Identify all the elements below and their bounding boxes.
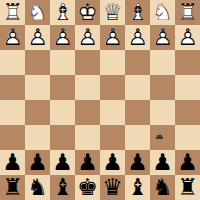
square-d5[interactable] [100, 100, 125, 125]
white-knight-fill: ♞ [25, 0, 50, 25]
white-pawn-fill: ♟ [25, 25, 50, 50]
square-a5[interactable] [175, 100, 200, 125]
square-b5[interactable] [150, 100, 175, 125]
square-b3[interactable] [150, 50, 175, 75]
white-rook-fill: ♜ [0, 0, 25, 25]
square-f5[interactable] [50, 100, 75, 125]
white-queen-fill: ♛ [100, 0, 125, 25]
square-h6[interactable] [0, 125, 25, 150]
white-pawn-fill: ♟ [150, 25, 175, 50]
square-f2[interactable]: ♟♙ [50, 25, 75, 50]
square-g2[interactable]: ♟♙ [25, 25, 50, 50]
square-c6[interactable] [125, 125, 150, 150]
white-pawn-fill: ♟ [75, 25, 100, 50]
square-b8[interactable]: ♞ [150, 175, 175, 200]
black-pawn: ♟ [125, 150, 150, 175]
chess-board-area: ♜♖♞♘♝♗♚♔♛♕♝♗♞♘♜♖♟♙♟♙♟♙♟♙♟♙♟♙♟♙♟♙♟♟♟♟♟♟♟♟… [0, 0, 200, 200]
square-a7[interactable]: ♟ [175, 150, 200, 175]
square-d3[interactable] [100, 50, 125, 75]
square-f8[interactable]: ♝ [50, 175, 75, 200]
white-pawn: ♙ [100, 25, 125, 50]
black-pawn: ♟ [100, 150, 125, 175]
square-f4[interactable] [50, 75, 75, 100]
square-c7[interactable]: ♟ [125, 150, 150, 175]
square-c5[interactable] [125, 100, 150, 125]
square-d1[interactable]: ♛♕ [100, 0, 125, 25]
square-g5[interactable] [25, 100, 50, 125]
white-pawn-fill: ♟ [0, 25, 25, 50]
black-bishop: ♝ [50, 175, 75, 200]
square-e4[interactable] [75, 75, 100, 100]
square-h4[interactable] [0, 75, 25, 100]
white-bishop: ♗ [125, 0, 150, 25]
square-b1[interactable]: ♞♘ [150, 0, 175, 25]
white-rook: ♖ [0, 0, 25, 25]
white-knight-fill: ♞ [150, 0, 175, 25]
square-b6[interactable] [150, 125, 175, 150]
square-d6[interactable] [100, 125, 125, 150]
square-b2[interactable]: ♟♙ [150, 25, 175, 50]
square-h1[interactable]: ♜♖ [0, 0, 25, 25]
square-a6[interactable] [175, 125, 200, 150]
square-h7[interactable]: ♟ [0, 150, 25, 175]
square-e2[interactable]: ♟♙ [75, 25, 100, 50]
white-pawn-fill: ♟ [125, 25, 150, 50]
square-b4[interactable] [150, 75, 175, 100]
square-g6[interactable] [25, 125, 50, 150]
white-pawn: ♙ [0, 25, 25, 50]
square-h5[interactable] [0, 100, 25, 125]
square-d8[interactable]: ♛ [100, 175, 125, 200]
square-e3[interactable] [75, 50, 100, 75]
white-rook-fill: ♜ [175, 0, 200, 25]
square-e5[interactable] [75, 100, 100, 125]
square-e6[interactable] [75, 125, 100, 150]
square-h2[interactable]: ♟♙ [0, 25, 25, 50]
chess-board: ♜♖♞♘♝♗♚♔♛♕♝♗♞♘♜♖♟♙♟♙♟♙♟♙♟♙♟♙♟♙♟♙♟♟♟♟♟♟♟♟… [0, 0, 200, 200]
black-knight: ♞ [150, 175, 175, 200]
white-knight: ♘ [150, 0, 175, 25]
white-pawn: ♙ [75, 25, 100, 50]
square-b7[interactable]: ♟ [150, 150, 175, 175]
white-king: ♔ [75, 0, 100, 25]
black-rook: ♜ [0, 175, 25, 200]
black-pawn: ♟ [0, 150, 25, 175]
black-pawn: ♟ [50, 150, 75, 175]
square-c3[interactable] [125, 50, 150, 75]
black-pawn: ♟ [25, 150, 50, 175]
square-a4[interactable] [175, 75, 200, 100]
black-pawn: ♟ [75, 150, 100, 175]
square-g1[interactable]: ♞♘ [25, 0, 50, 25]
square-a1[interactable]: ♜♖ [175, 0, 200, 25]
square-g7[interactable]: ♟ [25, 150, 50, 175]
black-king: ♚ [75, 175, 100, 200]
black-queen: ♛ [100, 175, 125, 200]
square-h8[interactable]: ♜ [0, 175, 25, 200]
square-g3[interactable] [25, 50, 50, 75]
white-bishop-fill: ♝ [125, 0, 150, 25]
square-e8[interactable]: ♚ [75, 175, 100, 200]
square-c8[interactable]: ♝ [125, 175, 150, 200]
square-f1[interactable]: ♝♗ [50, 0, 75, 25]
square-a3[interactable] [175, 50, 200, 75]
black-bishop: ♝ [125, 175, 150, 200]
white-pawn: ♙ [125, 25, 150, 50]
white-king-fill: ♚ [75, 0, 100, 25]
black-rook: ♜ [175, 175, 200, 200]
white-knight: ♘ [25, 0, 50, 25]
white-bishop: ♗ [50, 0, 75, 25]
white-queen: ♕ [100, 0, 125, 25]
black-pawn: ♟ [175, 150, 200, 175]
square-d4[interactable] [100, 75, 125, 100]
white-pawn-fill: ♟ [100, 25, 125, 50]
black-pawn: ♟ [150, 150, 175, 175]
square-g4[interactable] [25, 75, 50, 100]
square-c4[interactable] [125, 75, 150, 100]
square-c2[interactable]: ♟♙ [125, 25, 150, 50]
square-a2[interactable]: ♟♙ [175, 25, 200, 50]
white-pawn: ♙ [25, 25, 50, 50]
white-pawn: ♙ [150, 25, 175, 50]
white-pawn: ♙ [175, 25, 200, 50]
square-c1[interactable]: ♝♗ [125, 0, 150, 25]
square-e7[interactable]: ♟ [75, 150, 100, 175]
white-pawn-fill: ♟ [50, 25, 75, 50]
square-f7[interactable]: ♟ [50, 150, 75, 175]
white-pawn: ♙ [50, 25, 75, 50]
square-d2[interactable]: ♟♙ [100, 25, 125, 50]
square-g8[interactable]: ♞ [25, 175, 50, 200]
white-rook: ♖ [175, 0, 200, 25]
square-f3[interactable] [50, 50, 75, 75]
square-d7[interactable]: ♟ [100, 150, 125, 175]
white-pawn-fill: ♟ [175, 25, 200, 50]
square-h3[interactable] [0, 50, 25, 75]
square-a8[interactable]: ♜ [175, 175, 200, 200]
white-bishop-fill: ♝ [50, 0, 75, 25]
square-f6[interactable] [50, 125, 75, 150]
square-e1[interactable]: ♚♔ [75, 0, 100, 25]
black-knight: ♞ [25, 175, 50, 200]
